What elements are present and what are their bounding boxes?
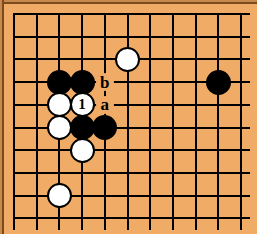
horizontal-grid-line (13, 172, 250, 174)
go-board-diagram: 1 ba (0, 0, 257, 234)
vertical-grid-line (217, 13, 219, 230)
board-frame-top-dark (0, 2, 257, 4)
black-stone (70, 115, 95, 140)
move-number-label: 1 (78, 97, 86, 112)
vertical-grid-line (127, 13, 129, 230)
black-stone (206, 70, 231, 95)
white-stone (70, 138, 95, 163)
black-stone (70, 70, 95, 95)
horizontal-grid-line (13, 36, 250, 38)
vertical-grid-line (36, 13, 38, 230)
white-stone (47, 183, 72, 208)
point-label-b: b (96, 73, 114, 91)
point-label-a: a (96, 96, 114, 114)
white-stone (115, 47, 140, 72)
vertical-grid-line (240, 13, 242, 230)
vertical-grid-line (13, 13, 15, 230)
vertical-grid-line (172, 13, 174, 230)
black-stone (92, 115, 117, 140)
horizontal-grid-line (13, 13, 250, 15)
vertical-grid-line (149, 13, 151, 230)
white-stone (47, 115, 72, 140)
point-label-text: a (101, 96, 110, 113)
white-stone (47, 92, 72, 117)
black-stone (47, 70, 72, 95)
marked-white-stone: 1 (70, 92, 95, 117)
horizontal-grid-line (13, 217, 250, 219)
point-label-text: b (100, 74, 109, 91)
board-frame-left-dark (2, 0, 4, 234)
vertical-grid-line (195, 13, 197, 230)
horizontal-grid-line (13, 149, 250, 151)
